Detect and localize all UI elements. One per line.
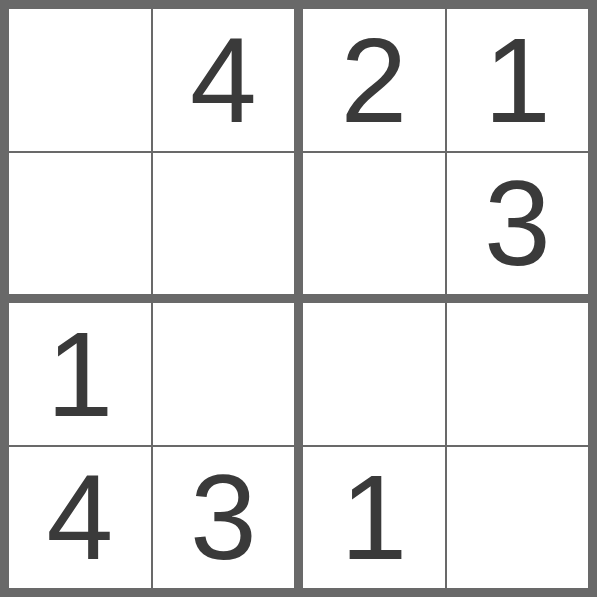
box-bottom-right: 1 <box>303 303 588 588</box>
cell-r3c1[interactable]: 1 <box>9 303 151 445</box>
cell-r4c2[interactable]: 3 <box>153 447 295 589</box>
cell-r2c3[interactable] <box>303 153 445 295</box>
cell-r1c1[interactable] <box>9 9 151 151</box>
cell-r2c1[interactable] <box>9 153 151 295</box>
box-bottom-left: 1 4 3 <box>9 303 294 588</box>
cell-r3c3[interactable] <box>303 303 445 445</box>
box-top-left: 4 <box>9 9 294 294</box>
cell-r2c4[interactable]: 3 <box>447 153 589 295</box>
cell-r4c3[interactable]: 1 <box>303 447 445 589</box>
cell-r3c2[interactable] <box>153 303 295 445</box>
cell-r1c2[interactable]: 4 <box>153 9 295 151</box>
sudoku-board: 4 2 1 3 1 4 3 1 <box>0 0 597 597</box>
box-top-right: 2 1 3 <box>303 9 588 294</box>
cell-r1c3[interactable]: 2 <box>303 9 445 151</box>
cell-r4c4[interactable] <box>447 447 589 589</box>
cell-r4c1[interactable]: 4 <box>9 447 151 589</box>
cell-r1c4[interactable]: 1 <box>447 9 589 151</box>
cell-r3c4[interactable] <box>447 303 589 445</box>
cell-r2c2[interactable] <box>153 153 295 295</box>
